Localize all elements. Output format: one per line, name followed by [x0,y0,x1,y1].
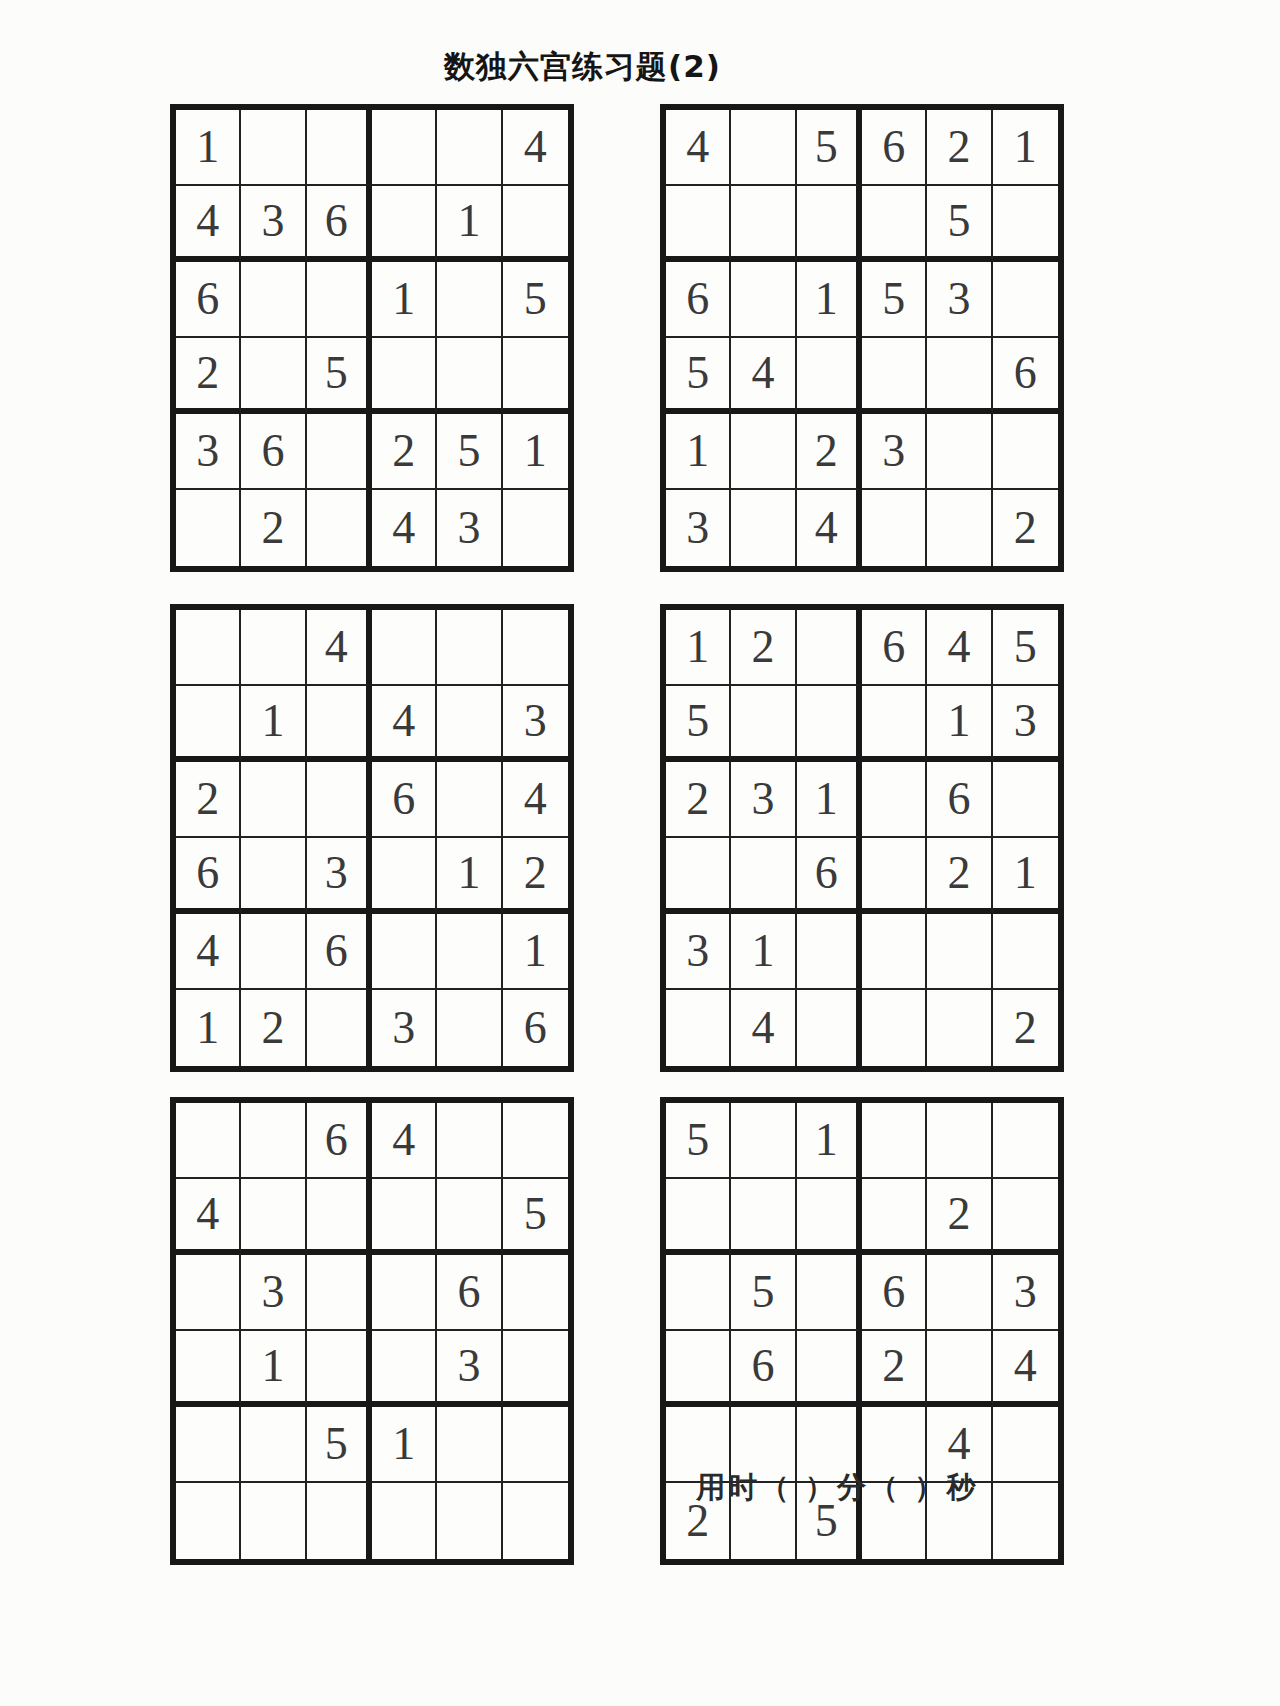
cell-r4c6: 2 [503,838,568,914]
cell-r2c4: 4 [372,686,437,762]
cell-r1c2 [731,110,796,186]
cell-r4c2: 4 [731,338,796,414]
cell-r3c5 [437,762,502,838]
cell-r5c4 [372,914,437,990]
cell-r6c3: 4 [797,490,862,566]
cell-r3c4: 6 [372,762,437,838]
cell-r5c5 [437,914,502,990]
cell-r4c6: 1 [993,838,1058,914]
cell-r6c1 [666,990,731,1066]
cell-r5c4 [862,914,927,990]
cell-r3c1: 2 [666,762,731,838]
cell-r3c6 [503,1255,568,1331]
cell-r4c5 [927,1331,992,1407]
cell-r4c4 [372,838,437,914]
cell-r1c4: 6 [862,610,927,686]
cell-r2c2 [731,186,796,262]
cell-r5c1: 3 [176,414,241,490]
cell-r4c6: 6 [993,338,1058,414]
cell-r3c3 [307,1255,372,1331]
cell-r3c1: 2 [176,762,241,838]
cell-r3c2: 3 [241,1255,306,1331]
cell-r1c5 [437,110,502,186]
cell-r4c2 [731,838,796,914]
cell-r3c1 [666,1255,731,1331]
cell-r3c2 [241,762,306,838]
cell-r5c6 [993,1407,1058,1483]
cell-r5c4: 2 [372,414,437,490]
cell-r6c2: 4 [731,990,796,1066]
cell-r2c3 [797,1179,862,1255]
cell-r2c6 [993,186,1058,262]
cell-r4c1: 5 [666,338,731,414]
cell-r3c4: 1 [372,262,437,338]
cell-r5c4: 3 [862,414,927,490]
cell-r5c2: 6 [241,414,306,490]
cell-r2c4 [862,1179,927,1255]
cell-r2c6: 5 [503,1179,568,1255]
cell-r2c4 [862,186,927,262]
cell-r1c3: 5 [797,110,862,186]
cell-r5c2: 1 [731,914,796,990]
cell-r4c3 [797,338,862,414]
cell-r5c6: 1 [503,914,568,990]
cell-r6c6: 6 [503,990,568,1066]
cell-r1c3: 4 [307,610,372,686]
worksheet-page: 数独六宫练习题(2) 1443616152536251243 456215615… [0,0,1280,1706]
cell-r6c6 [503,1483,568,1559]
cell-r3c3 [797,1255,862,1331]
cell-r4c1 [176,1331,241,1407]
cell-r3c6: 4 [503,762,568,838]
cell-r4c2 [241,838,306,914]
cell-r4c1: 6 [176,838,241,914]
cell-r4c5: 1 [437,838,502,914]
cell-r4c2: 1 [241,1331,306,1407]
cell-r6c1: 3 [666,490,731,566]
cell-r4c5: 3 [437,1331,502,1407]
cell-r3c3 [307,762,372,838]
cell-r5c6 [993,914,1058,990]
cell-r2c5: 1 [927,686,992,762]
cell-r3c6: 3 [993,1255,1058,1331]
cell-r4c6 [503,338,568,414]
cell-r6c2 [731,490,796,566]
cell-r5c5 [927,914,992,990]
cell-r2c1: 5 [666,686,731,762]
cell-r3c4: 5 [862,262,927,338]
cell-r2c2: 1 [241,686,306,762]
cell-r6c6 [503,490,568,566]
cell-r6c4 [372,1483,437,1559]
cell-r6c4 [862,990,927,1066]
cell-r2c6 [993,1179,1058,1255]
cell-r4c5 [437,338,502,414]
cell-r1c3 [797,610,862,686]
sudoku-board-5: 6445361351 [170,1097,574,1565]
cell-r6c3 [797,990,862,1066]
cell-r2c3 [307,1179,372,1255]
cell-r2c2: 3 [241,186,306,262]
cell-r4c1 [666,838,731,914]
cell-r1c1: 1 [666,610,731,686]
sudoku-board-4: 1264551323166213142 [660,604,1064,1072]
cell-r1c6 [503,1103,568,1179]
cell-r4c3: 6 [797,838,862,914]
cell-r2c1 [666,186,731,262]
cell-r6c2 [241,1483,306,1559]
cell-r1c5 [927,1103,992,1179]
cell-r5c5: 5 [437,414,502,490]
cell-r3c5: 6 [437,1255,502,1331]
cell-r4c3: 3 [307,838,372,914]
cell-r6c5 [437,990,502,1066]
cell-r2c5 [437,1179,502,1255]
cell-r5c1: 4 [176,914,241,990]
cell-r5c5 [437,1407,502,1483]
cell-r1c5: 2 [927,110,992,186]
cell-r6c1 [176,490,241,566]
cell-r1c3: 6 [307,1103,372,1179]
cell-r1c1: 5 [666,1103,731,1179]
cell-r6c4: 3 [372,990,437,1066]
cell-r4c4 [862,838,927,914]
cell-r5c2 [241,914,306,990]
cell-r1c6: 4 [503,110,568,186]
cell-r4c4: 2 [862,1331,927,1407]
cell-r3c1: 6 [176,262,241,338]
cell-r1c6: 5 [993,610,1058,686]
cell-r1c4: 6 [862,110,927,186]
cell-r2c5: 5 [927,186,992,262]
cell-r1c1 [176,610,241,686]
cell-r2c1: 4 [176,1179,241,1255]
cell-r2c2 [731,1179,796,1255]
cell-r3c4: 6 [862,1255,927,1331]
cell-r2c4 [372,186,437,262]
cell-r5c3: 6 [307,914,372,990]
cell-r5c3 [797,914,862,990]
cell-r6c5: 3 [437,490,502,566]
cell-r2c1 [666,1179,731,1255]
cell-r1c2 [241,110,306,186]
cell-r5c6: 1 [503,414,568,490]
page-title: 数独六宫练习题(2) [0,46,1165,88]
cell-r3c5 [437,262,502,338]
cell-r4c1 [666,1331,731,1407]
cell-r1c4 [372,110,437,186]
cell-r4c1: 2 [176,338,241,414]
cell-r5c6 [993,414,1058,490]
cell-r4c3 [797,1331,862,1407]
cell-r5c2 [241,1407,306,1483]
cell-r3c4 [862,762,927,838]
cell-r2c2 [241,1179,306,1255]
cell-r2c6: 3 [993,686,1058,762]
cell-r6c3 [307,1483,372,1559]
cell-r2c3 [307,686,372,762]
cell-r6c5 [927,990,992,1066]
cell-r4c4 [862,338,927,414]
cell-r4c2 [241,338,306,414]
cell-r4c5 [927,338,992,414]
cell-r3c6 [993,762,1058,838]
cell-r4c4 [372,338,437,414]
cell-r5c1: 1 [666,414,731,490]
cell-r6c2: 2 [241,490,306,566]
cell-r1c4 [862,1103,927,1179]
cell-r2c4 [862,686,927,762]
cell-r6c6 [993,1483,1058,1559]
cell-r3c5: 6 [927,762,992,838]
cell-r3c2 [241,262,306,338]
cell-r4c3 [307,1331,372,1407]
cell-r1c3 [307,110,372,186]
cell-r4c5: 2 [927,838,992,914]
cell-r5c3: 5 [307,1407,372,1483]
cell-r1c6: 1 [993,110,1058,186]
cell-r5c3: 2 [797,414,862,490]
cell-r6c3 [307,490,372,566]
cell-r2c6 [503,186,568,262]
cell-r6c6: 2 [993,490,1058,566]
cell-r3c1: 6 [666,262,731,338]
cell-r2c3 [797,186,862,262]
sudoku-board-2: 4562156153546123342 [660,104,1064,572]
cell-r3c3: 1 [797,762,862,838]
cell-r4c3: 5 [307,338,372,414]
cell-r3c3 [307,262,372,338]
cell-r5c4: 1 [372,1407,437,1483]
cell-r3c3: 1 [797,262,862,338]
sudoku-board-3: 414326463124611236 [170,604,574,1072]
cell-r5c3 [307,414,372,490]
cell-r6c4 [862,490,927,566]
cell-r3c5: 3 [927,262,992,338]
cell-r3c1 [176,1255,241,1331]
cell-r1c1: 1 [176,110,241,186]
cell-r3c5 [927,1255,992,1331]
cell-r1c2 [731,1103,796,1179]
cell-r6c4: 4 [372,490,437,566]
cell-r1c5: 4 [927,610,992,686]
cell-r1c2: 2 [731,610,796,686]
cell-r1c2 [241,1103,306,1179]
cell-r4c4 [372,1331,437,1407]
cell-r6c3 [307,990,372,1066]
cell-r6c1: 1 [176,990,241,1066]
cell-r1c1: 4 [666,110,731,186]
cell-r5c1: 3 [666,914,731,990]
cell-r4c6: 4 [993,1331,1058,1407]
cell-r2c3 [797,686,862,762]
cell-r5c2 [731,414,796,490]
cell-r6c2: 2 [241,990,306,1066]
cell-r1c1 [176,1103,241,1179]
cell-r1c5 [437,610,502,686]
cell-r1c6 [503,610,568,686]
cell-r2c5 [437,686,502,762]
cell-r6c5 [437,1483,502,1559]
cell-r6c6: 2 [993,990,1058,1066]
cell-r5c5 [927,414,992,490]
cell-r2c2 [731,686,796,762]
cell-r2c5: 2 [927,1179,992,1255]
cell-r1c4: 4 [372,1103,437,1179]
cell-r5c1 [176,1407,241,1483]
cell-r1c5 [437,1103,502,1179]
cell-r2c3: 6 [307,186,372,262]
cell-r2c6: 3 [503,686,568,762]
cell-r1c6 [993,1103,1058,1179]
cell-r1c2 [241,610,306,686]
timer-fill-in-line: 用时（ ）分（ ）秒 [696,1468,978,1508]
cell-r3c6 [993,262,1058,338]
cell-r6c1 [176,1483,241,1559]
cell-r1c3: 1 [797,1103,862,1179]
cell-r3c2: 5 [731,1255,796,1331]
cell-r2c1 [176,686,241,762]
cell-r2c4 [372,1179,437,1255]
cell-r5c6 [503,1407,568,1483]
cell-r1c4 [372,610,437,686]
cell-r3c4 [372,1255,437,1331]
cell-r6c5 [927,490,992,566]
cell-r2c5: 1 [437,186,502,262]
cell-r4c2: 6 [731,1331,796,1407]
sudoku-board-1: 1443616152536251243 [170,104,574,572]
cell-r3c2 [731,262,796,338]
cell-r2c1: 4 [176,186,241,262]
cell-r3c2: 3 [731,762,796,838]
cell-r3c6: 5 [503,262,568,338]
cell-r4c6 [503,1331,568,1407]
